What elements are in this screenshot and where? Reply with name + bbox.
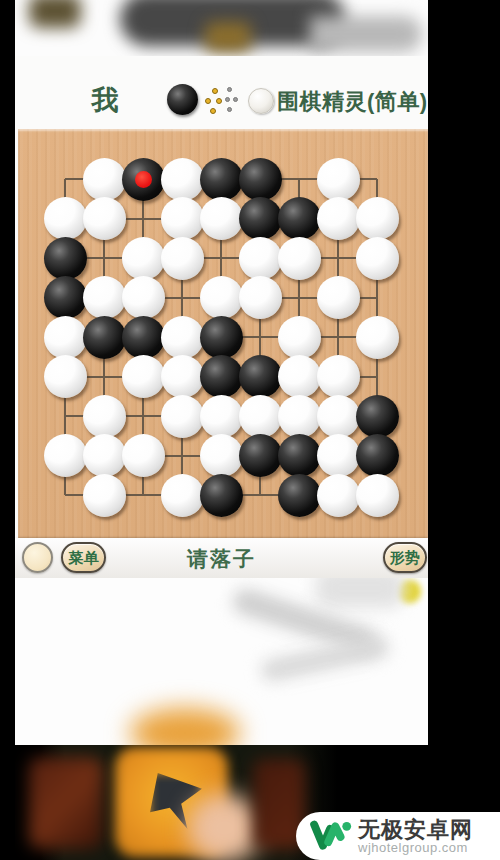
board-intersection[interactable] (280, 238, 319, 278)
grid-line (220, 238, 222, 278)
white-stone (278, 355, 321, 398)
board-intersection[interactable] (124, 475, 163, 515)
grid-line (358, 178, 378, 180)
blurred-game-icon (29, 757, 103, 849)
grid-line (64, 475, 66, 495)
white-stone (317, 474, 360, 517)
board-intersection[interactable] (124, 357, 163, 397)
white-stone (83, 276, 126, 319)
player-white-name: 围棋精灵(简单) (277, 87, 428, 117)
white-stone (239, 276, 282, 319)
board-intersection[interactable] (46, 199, 85, 239)
board-intersection[interactable] (163, 396, 202, 436)
board-intersection[interactable] (241, 317, 280, 357)
board-intersection[interactable] (85, 317, 124, 357)
green-w-logo-icon (308, 817, 352, 855)
board-intersection[interactable] (85, 475, 124, 515)
watermark: 无极安卓网 wjhotelgroup.com (296, 812, 500, 860)
board-intersection[interactable] (358, 159, 397, 199)
grid-line (376, 278, 378, 318)
grid-line (142, 199, 144, 239)
rank-dot-gold (210, 108, 216, 114)
white-stone (83, 158, 126, 201)
grid-line (376, 179, 378, 199)
white-stone (44, 355, 87, 398)
board-intersection[interactable] (85, 436, 124, 476)
rank-dot-gold (212, 88, 218, 94)
board-intersection[interactable] (163, 238, 202, 278)
black-stone-icon (167, 84, 198, 115)
grid-line (65, 494, 85, 496)
board-intersection[interactable] (85, 238, 124, 278)
white-stone (83, 474, 126, 517)
screenshot-stage: 我 围棋精灵(简单) 请落子 菜单 形势 (0, 0, 500, 860)
board-intersection[interactable] (358, 436, 397, 476)
status-bar: 请落子 菜单 形势 (15, 538, 428, 578)
go-board-grid (46, 159, 397, 515)
white-stone (122, 434, 165, 477)
board-intersection[interactable] (163, 357, 202, 397)
grid-line (103, 238, 105, 278)
app-content: 我 围棋精灵(简单) 请落子 菜单 形势 (15, 0, 428, 860)
black-stone (122, 316, 165, 359)
black-stone (278, 474, 321, 517)
grid-line (64, 179, 66, 199)
player-bar: 我 围棋精灵(简单) (15, 56, 428, 129)
board-intersection[interactable] (202, 159, 241, 199)
black-stone (122, 158, 165, 201)
black-stone (278, 197, 321, 240)
watermark-site-url: wjhotelgroup.com (358, 841, 473, 855)
board-intersection[interactable] (241, 278, 280, 318)
board-intersection[interactable] (163, 317, 202, 357)
board-intersection[interactable] (124, 317, 163, 357)
board-intersection[interactable] (241, 238, 280, 278)
board-intersection[interactable] (163, 278, 202, 318)
white-stone (200, 197, 243, 240)
grid-line (337, 317, 339, 357)
black-stone (239, 158, 282, 201)
board-intersection[interactable] (163, 436, 202, 476)
white-stone (161, 474, 204, 517)
white-stone (161, 197, 204, 240)
white-stone (356, 237, 399, 280)
white-stone (356, 474, 399, 517)
blurred-glow (187, 793, 263, 860)
grid-line (65, 415, 85, 417)
situation-button[interactable]: 形势 (383, 542, 427, 573)
board-intersection[interactable] (163, 159, 202, 199)
grid-line (337, 238, 339, 278)
grid-line (358, 297, 378, 299)
board-intersection[interactable] (46, 396, 85, 436)
white-stone (161, 237, 204, 280)
blurred-content-shape (315, 578, 405, 608)
white-stone (317, 355, 360, 398)
board-intersection[interactable] (319, 475, 358, 515)
white-stone (317, 197, 360, 240)
board-intersection[interactable] (280, 396, 319, 436)
black-stone (239, 197, 282, 240)
rank-dot-gray (227, 87, 232, 92)
black-stone (200, 474, 243, 517)
board-intersection[interactable] (202, 396, 241, 436)
menu-button[interactable]: 菜单 (61, 542, 106, 573)
white-stone (317, 434, 360, 477)
board-intersection[interactable] (280, 357, 319, 397)
board-intersection[interactable] (319, 238, 358, 278)
player-black-name: 我 (73, 82, 137, 118)
board-intersection[interactable] (241, 436, 280, 476)
board-intersection[interactable] (358, 317, 397, 357)
white-stone (44, 197, 87, 240)
black-stone (83, 316, 126, 359)
board-intersection[interactable] (280, 159, 319, 199)
board-intersection[interactable] (85, 278, 124, 318)
board-intersection[interactable] (319, 317, 358, 357)
white-stone (122, 276, 165, 319)
board-intersection[interactable] (202, 436, 241, 476)
white-stone (317, 276, 360, 319)
blurred-glow (130, 708, 240, 745)
grid-line (358, 376, 378, 378)
board-intersection[interactable] (358, 357, 397, 397)
grid-line (65, 178, 85, 180)
board-intersection[interactable] (358, 238, 397, 278)
white-stone (122, 237, 165, 280)
board-intersection[interactable] (46, 475, 85, 515)
board-intersection[interactable] (280, 436, 319, 476)
board-intersection[interactable] (358, 278, 397, 318)
rank-dot-gold (205, 98, 211, 104)
white-stone (83, 395, 126, 438)
board-intersection[interactable] (124, 436, 163, 476)
board-intersection[interactable] (319, 436, 358, 476)
rank-dot-gray (233, 97, 238, 102)
board-intersection[interactable] (241, 159, 280, 199)
board-intersection[interactable] (319, 357, 358, 397)
white-stone (161, 158, 204, 201)
blurred-app-icon (29, 0, 81, 28)
blurred-content-shape (259, 635, 391, 684)
board-intersection[interactable] (202, 357, 241, 397)
white-stone (278, 395, 321, 438)
board-intersection[interactable] (319, 278, 358, 318)
white-stone (161, 316, 204, 359)
censored-middle-content (15, 578, 428, 745)
grid-line (181, 436, 183, 476)
board-intersection[interactable] (319, 199, 358, 239)
go-board (18, 129, 428, 538)
white-stone (200, 276, 243, 319)
grid-line (259, 317, 261, 357)
board-intersection[interactable] (124, 278, 163, 318)
rank-dot-gray (227, 107, 232, 112)
board-intersection[interactable] (85, 199, 124, 239)
white-stone (122, 355, 165, 398)
board-intersection[interactable] (46, 278, 85, 318)
board-intersection[interactable] (280, 199, 319, 239)
board-intersection[interactable] (319, 159, 358, 199)
black-stone (200, 355, 243, 398)
black-stone (44, 237, 87, 280)
white-stone (278, 316, 321, 359)
board-intersection[interactable] (280, 278, 319, 318)
board-intersection[interactable] (319, 396, 358, 436)
black-stone (239, 434, 282, 477)
board-intersection[interactable] (358, 199, 397, 239)
board-intersection[interactable] (46, 238, 85, 278)
blurred-title-tail (310, 16, 422, 52)
board-intersection[interactable] (46, 317, 85, 357)
board-intersection[interactable] (85, 396, 124, 436)
board-intersection[interactable] (202, 278, 241, 318)
white-stone (317, 395, 360, 438)
grid-line (142, 475, 144, 495)
board-intersection[interactable] (280, 475, 319, 515)
board-intersection[interactable] (241, 199, 280, 239)
grid-line (103, 357, 105, 397)
board-intersection[interactable] (85, 357, 124, 397)
white-stone (200, 434, 243, 477)
grid-line (259, 475, 261, 495)
board-intersection[interactable] (241, 357, 280, 397)
white-stone-icon (248, 88, 274, 114)
grid-line (376, 357, 378, 397)
board-intersection[interactable] (124, 396, 163, 436)
black-stone (44, 276, 87, 319)
white-stone (200, 395, 243, 438)
white-stone (44, 434, 87, 477)
white-stone (356, 316, 399, 359)
white-stone (356, 197, 399, 240)
black-stone (239, 355, 282, 398)
board-intersection[interactable] (241, 475, 280, 515)
rank-dot-gray (225, 97, 230, 102)
black-stone (356, 395, 399, 438)
grid-line (298, 278, 300, 318)
board-intersection[interactable] (202, 317, 241, 357)
black-stone (200, 316, 243, 359)
grid-line (298, 179, 300, 199)
board-intersection[interactable] (358, 396, 397, 436)
black-stone (200, 158, 243, 201)
board-intersection[interactable] (358, 475, 397, 515)
white-stone (161, 355, 204, 398)
board-intersection[interactable] (202, 238, 241, 278)
black-stone (356, 434, 399, 477)
white-stone (83, 197, 126, 240)
board-intersection[interactable] (85, 159, 124, 199)
board-intersection[interactable] (124, 238, 163, 278)
board-intersection[interactable] (46, 436, 85, 476)
board-intersection[interactable] (280, 317, 319, 357)
grid-line (181, 278, 183, 318)
board-intersection[interactable] (124, 199, 163, 239)
white-stone (83, 434, 126, 477)
board-intersection[interactable] (163, 475, 202, 515)
blurred-title-accent (205, 22, 251, 52)
white-stone (278, 237, 321, 280)
rank-dots-icon (201, 86, 241, 118)
censored-top-bar (15, 0, 428, 56)
watermark-site-name: 无极安卓网 (358, 818, 473, 841)
white-stone (161, 395, 204, 438)
board-intersection[interactable] (46, 159, 85, 199)
board-intersection[interactable] (163, 199, 202, 239)
black-stone (278, 434, 321, 477)
grid-line (142, 396, 144, 436)
board-intersection[interactable] (124, 159, 163, 199)
white-stone (44, 316, 87, 359)
board-intersection[interactable] (46, 357, 85, 397)
white-stone (317, 158, 360, 201)
white-stone (239, 237, 282, 280)
white-stone (239, 395, 282, 438)
board-intersection[interactable] (202, 199, 241, 239)
board-intersection[interactable] (202, 475, 241, 515)
last-move-marker (135, 171, 152, 188)
rank-dot-gold (216, 98, 222, 104)
board-intersection[interactable] (241, 396, 280, 436)
grid-line (64, 396, 66, 436)
